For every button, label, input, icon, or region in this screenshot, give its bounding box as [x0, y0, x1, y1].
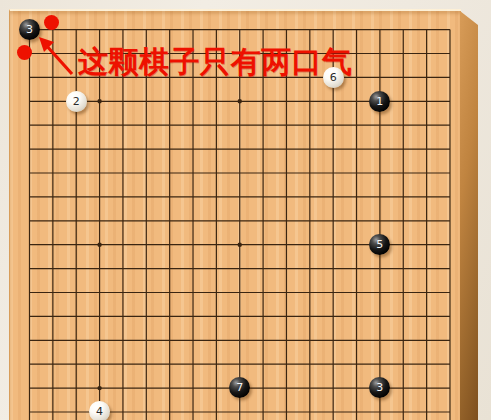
stone-label: 2: [73, 96, 80, 107]
stone-label: 7: [236, 382, 243, 393]
stone-label: 6: [330, 72, 337, 83]
stone-white-o17[interactable]: 6: [323, 67, 344, 88]
stone-label: 1: [376, 96, 383, 107]
stone-label: 4: [96, 406, 103, 417]
board-face[interactable]: 12334567: [9, 9, 461, 420]
stone-black-q4[interactable]: 3: [369, 377, 390, 398]
stone-black-a19[interactable]: 3: [19, 19, 40, 40]
go-board: 12334567: [9, 9, 478, 420]
page-background: 12334567 这颗棋子只有两口气: [0, 0, 491, 420]
stone-label: 5: [376, 239, 383, 250]
stone-black-k4[interactable]: 7: [229, 377, 250, 398]
board-side-edge: [460, 9, 478, 420]
stones-layer: 12334567: [18, 18, 462, 420]
stone-black-q16[interactable]: 1: [369, 91, 390, 112]
stone-label: 3: [26, 24, 33, 35]
stone-white-d3[interactable]: 4: [89, 401, 110, 420]
stone-label: 3: [376, 382, 383, 393]
stone-black-q10[interactable]: 5: [369, 234, 390, 255]
stone-white-c16[interactable]: 2: [66, 91, 87, 112]
